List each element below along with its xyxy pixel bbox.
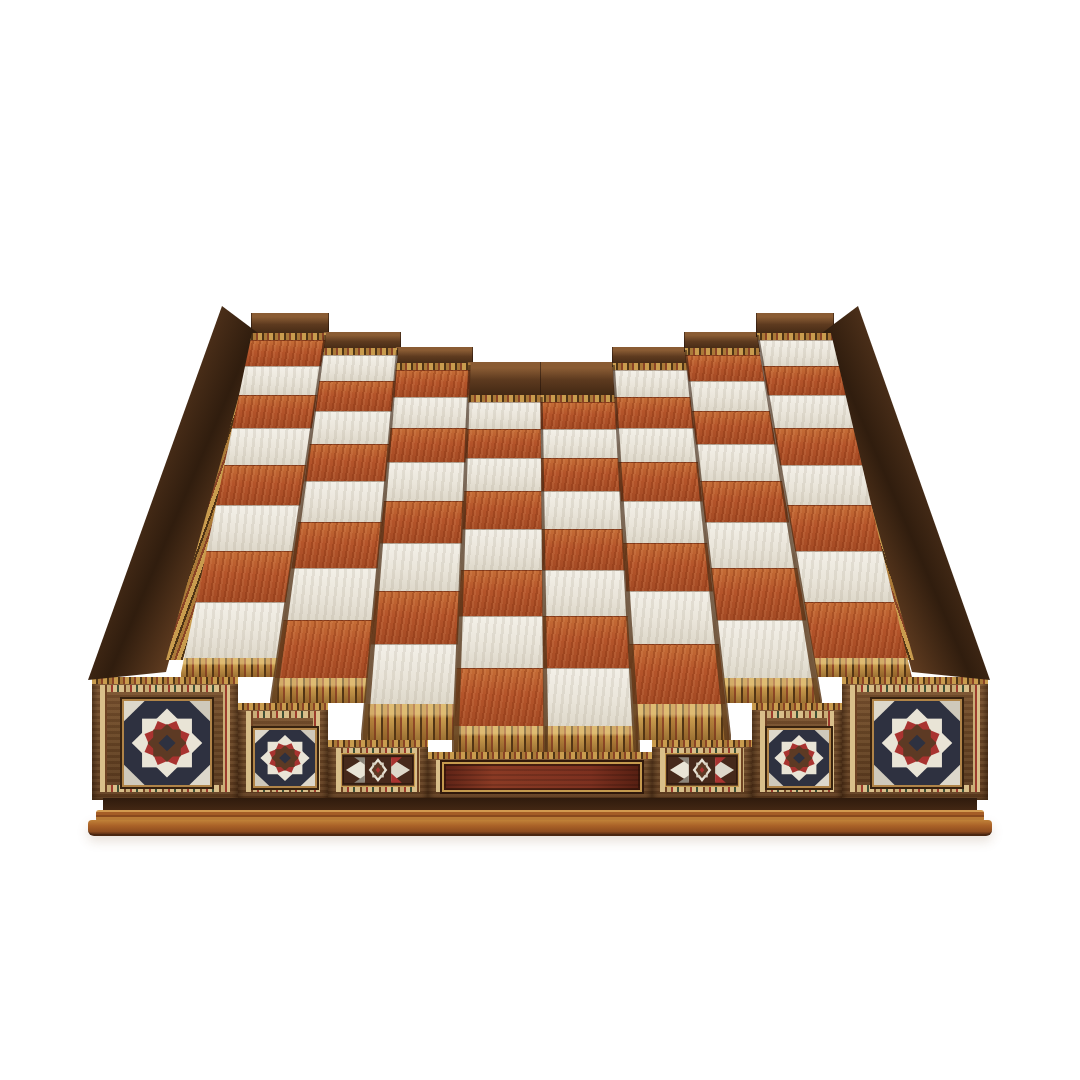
cell-d1 [454,668,548,726]
cell-e3 [540,570,639,616]
cell-h7 [756,366,911,395]
eight-point-star-mosaic-icon [124,701,210,785]
eight-point-star-mosaic-icon [874,701,960,785]
star-plaque-right [665,753,739,787]
cell-d2 [454,616,548,668]
star-plaque-left [341,753,415,787]
star-medallion-medium-right [767,728,831,788]
star-plaque-icon [341,753,415,787]
base-molding-lower [88,820,992,836]
eight-point-star-mosaic-icon [255,730,315,786]
front-border-band [454,726,548,752]
star-plaque-icon [665,753,739,787]
back-wall-step [540,362,618,399]
cell-e1 [540,668,639,726]
cell-d4 [454,529,548,570]
back-border-band [181,333,327,340]
star-medallion-large-right [872,699,962,787]
star-medallion-large-left [122,699,212,787]
product-photo-chess-board [0,0,1080,1080]
cell-d6 [454,458,548,491]
cell-c2 [363,591,471,644]
star-medallion-medium-left [253,728,317,788]
cell-d3 [454,570,548,616]
board-scene [0,0,1080,1080]
back-wall-step [467,362,545,399]
center-plaque [442,762,642,792]
cell-e2 [540,616,639,668]
front-border-band [540,726,639,752]
eight-point-star-mosaic-icon [769,730,829,786]
cell-d5 [454,491,548,528]
